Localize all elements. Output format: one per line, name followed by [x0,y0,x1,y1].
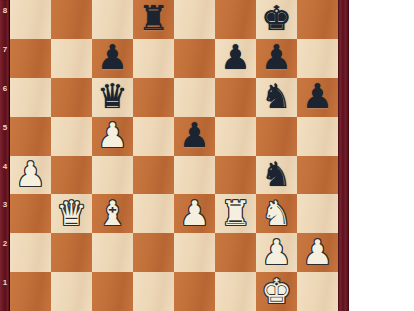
square-a2[interactable] [10,233,51,272]
square-d7[interactable] [133,39,174,78]
square-d4[interactable] [133,156,174,195]
piece-black-pawn-f7[interactable]: ♟ [220,38,250,76]
square-f7[interactable]: ♟ [215,39,256,78]
square-h5[interactable] [297,117,338,156]
square-g4[interactable]: ♞ [256,156,297,195]
rank-label-2: 2 [0,239,10,248]
piece-white-pawn-g2[interactable]: ♟ [261,233,291,271]
square-e8[interactable] [174,0,215,39]
square-h1[interactable] [297,272,338,311]
square-e1[interactable] [174,272,215,311]
square-d8[interactable]: ♜ [133,0,174,39]
square-a7[interactable] [10,39,51,78]
square-b7[interactable] [51,39,92,78]
chess-board: ♜♚♟♟♟♛♞♟♟♟♟♞♛♝♟♜♞♟♟♚ [10,0,338,311]
piece-white-queen-b3[interactable]: ♛ [56,194,86,232]
square-e4[interactable] [174,156,215,195]
square-a5[interactable] [10,117,51,156]
rank-label-7: 7 [0,45,10,54]
square-f6[interactable] [215,78,256,117]
square-h2[interactable]: ♟ [297,233,338,272]
square-c6[interactable]: ♛ [92,78,133,117]
rank-label-5: 5 [0,123,10,132]
square-a3[interactable] [10,194,51,233]
rank-label-8: 8 [0,6,10,15]
board-frame-right [338,0,349,311]
square-a1[interactable] [10,272,51,311]
square-g1[interactable]: ♚ [256,272,297,311]
rank-label-3: 3 [0,200,10,209]
square-c4[interactable] [92,156,133,195]
piece-white-pawn-e3[interactable]: ♟ [179,194,209,232]
square-f8[interactable] [215,0,256,39]
square-e6[interactable] [174,78,215,117]
piece-white-knight-g3[interactable]: ♞ [261,194,291,232]
square-g8[interactable]: ♚ [256,0,297,39]
piece-black-knight-g4[interactable]: ♞ [261,155,291,193]
piece-white-rook-f3[interactable]: ♜ [220,194,250,232]
piece-black-queen-c6[interactable]: ♛ [97,77,127,115]
board-frame-left-with-rank-labels: 87654321 [0,0,10,311]
square-g7[interactable]: ♟ [256,39,297,78]
square-b3[interactable]: ♛ [51,194,92,233]
square-f1[interactable] [215,272,256,311]
square-f5[interactable] [215,117,256,156]
square-d6[interactable] [133,78,174,117]
square-g5[interactable] [256,117,297,156]
square-g3[interactable]: ♞ [256,194,297,233]
piece-black-pawn-g7[interactable]: ♟ [261,38,291,76]
square-a6[interactable] [10,78,51,117]
piece-white-pawn-a4[interactable]: ♟ [15,155,45,193]
piece-black-rook-d8[interactable]: ♜ [138,0,168,37]
piece-white-bishop-c3[interactable]: ♝ [97,194,127,232]
rank-label-6: 6 [0,84,10,93]
piece-white-pawn-h2[interactable]: ♟ [302,233,332,271]
piece-black-king-g8[interactable]: ♚ [261,0,291,37]
square-a8[interactable] [10,0,51,39]
square-f3[interactable]: ♜ [215,194,256,233]
piece-white-pawn-c5[interactable]: ♟ [97,116,127,154]
square-b5[interactable] [51,117,92,156]
square-h6[interactable]: ♟ [297,78,338,117]
square-c5[interactable]: ♟ [92,117,133,156]
square-h4[interactable] [297,156,338,195]
square-c1[interactable] [92,272,133,311]
piece-black-pawn-h6[interactable]: ♟ [302,77,332,115]
square-h3[interactable] [297,194,338,233]
square-f2[interactable] [215,233,256,272]
rank-label-1: 1 [0,278,10,287]
piece-black-pawn-c7[interactable]: ♟ [97,38,127,76]
page-background-gutter [349,0,414,311]
piece-white-king-g1[interactable]: ♚ [261,272,291,310]
square-d1[interactable] [133,272,174,311]
square-c2[interactable] [92,233,133,272]
square-c3[interactable]: ♝ [92,194,133,233]
square-e5[interactable]: ♟ [174,117,215,156]
square-f4[interactable] [215,156,256,195]
square-d5[interactable] [133,117,174,156]
square-e7[interactable] [174,39,215,78]
square-c7[interactable]: ♟ [92,39,133,78]
square-c8[interactable] [92,0,133,39]
square-b1[interactable] [51,272,92,311]
square-g6[interactable]: ♞ [256,78,297,117]
square-d3[interactable] [133,194,174,233]
square-b2[interactable] [51,233,92,272]
square-d2[interactable] [133,233,174,272]
square-h8[interactable] [297,0,338,39]
piece-black-pawn-e5[interactable]: ♟ [179,116,209,154]
square-h7[interactable] [297,39,338,78]
piece-black-knight-g6[interactable]: ♞ [261,77,291,115]
square-b4[interactable] [51,156,92,195]
chess-board-screenshot: ♜♚♟♟♟♛♞♟♟♟♟♞♛♝♟♜♞♟♟♚ 87654321 [0,0,414,311]
square-a4[interactable]: ♟ [10,156,51,195]
square-e2[interactable] [174,233,215,272]
square-b8[interactable] [51,0,92,39]
square-g2[interactable]: ♟ [256,233,297,272]
square-b6[interactable] [51,78,92,117]
square-e3[interactable]: ♟ [174,194,215,233]
rank-label-4: 4 [0,162,10,171]
